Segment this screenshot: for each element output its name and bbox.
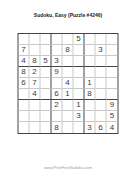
- sudoku-cell-empty: [74, 89, 85, 100]
- page-title: Sudoku, Easy (Puzzle #4246): [0, 12, 136, 18]
- sudoku-cell-given: 9: [52, 67, 63, 78]
- sudoku-cell-empty: [19, 89, 30, 100]
- sudoku-cell-empty: [52, 34, 63, 45]
- sudoku-cell-empty: [96, 34, 107, 45]
- sudoku-grid: 5783485382967414618219358364: [18, 33, 119, 134]
- sudoku-cell-given: 4: [63, 78, 74, 89]
- sudoku-cell-empty: [96, 111, 107, 122]
- sudoku-cell-empty: [96, 56, 107, 67]
- sudoku-cell-empty: [63, 111, 74, 122]
- sudoku-cell-empty: [19, 34, 30, 45]
- sudoku-cell-empty: [30, 122, 41, 133]
- sudoku-cell-empty: [107, 89, 118, 100]
- sudoku-cell-empty: [30, 45, 41, 56]
- sudoku-cell-given: 5: [41, 56, 52, 67]
- footer-url: www.PrintFreeSudoku.com: [0, 165, 136, 170]
- sudoku-cell-given: 2: [30, 67, 41, 78]
- sudoku-cell-empty: [41, 45, 52, 56]
- sudoku-cell-empty: [85, 67, 96, 78]
- sudoku-cell-empty: [41, 111, 52, 122]
- sudoku-cell-empty: [41, 89, 52, 100]
- sudoku-cell-given: 4: [107, 122, 118, 133]
- sudoku-cell-given: 3: [74, 111, 85, 122]
- sudoku-cell-empty: [63, 34, 74, 45]
- sudoku-cell-empty: [74, 56, 85, 67]
- sudoku-cell-given: 3: [52, 56, 63, 67]
- sudoku-cell-empty: [74, 122, 85, 133]
- sudoku-cell-empty: [107, 67, 118, 78]
- sudoku-cell-given: 2: [52, 100, 63, 111]
- sudoku-cell-empty: [85, 111, 96, 122]
- sudoku-cell-given: 7: [19, 45, 30, 56]
- sudoku-cell-empty: [85, 100, 96, 111]
- sudoku-cell-given: 1: [85, 78, 96, 89]
- sudoku-cell-empty: [30, 111, 41, 122]
- sudoku-cell-given: 8: [63, 45, 74, 56]
- sudoku-cell-empty: [96, 89, 107, 100]
- sudoku-cell-given: 3: [96, 45, 107, 56]
- sudoku-cell-given: 8: [30, 56, 41, 67]
- sudoku-cell-empty: [41, 67, 52, 78]
- sudoku-cell-empty: [85, 45, 96, 56]
- sudoku-cell-given: 8: [19, 67, 30, 78]
- sudoku-cell-empty: [19, 111, 30, 122]
- sudoku-cell-empty: [96, 67, 107, 78]
- sudoku-cell-empty: [41, 78, 52, 89]
- sudoku-cell-given: 1: [63, 89, 74, 100]
- sudoku-cell-empty: [52, 78, 63, 89]
- sudoku-cell-empty: [74, 67, 85, 78]
- sudoku-cell-given: 8: [52, 122, 63, 133]
- sudoku-cell-empty: [63, 67, 74, 78]
- sudoku-cell-given: 6: [52, 89, 63, 100]
- sudoku-cell-given: 8: [85, 89, 96, 100]
- sudoku-cell-empty: [107, 78, 118, 89]
- sudoku-cell-empty: [85, 34, 96, 45]
- sudoku-cell-empty: [41, 100, 52, 111]
- sudoku-cell-empty: [107, 45, 118, 56]
- sudoku-cell-empty: [107, 34, 118, 45]
- sudoku-cell-empty: [74, 45, 85, 56]
- sudoku-cell-empty: [19, 100, 30, 111]
- sudoku-cell-given: 7: [30, 78, 41, 89]
- sudoku-cell-empty: [63, 56, 74, 67]
- sudoku-cell-empty: [41, 122, 52, 133]
- sudoku-cell-given: 4: [30, 89, 41, 100]
- sudoku-cell-empty: [85, 56, 96, 67]
- sudoku-cell-empty: [52, 111, 63, 122]
- sudoku-cell-empty: [41, 34, 52, 45]
- sudoku-cell-given: 6: [96, 122, 107, 133]
- sudoku-cell-empty: [74, 78, 85, 89]
- sudoku-cell-empty: [63, 122, 74, 133]
- sudoku-cell-empty: [107, 56, 118, 67]
- sudoku-cell-empty: [19, 122, 30, 133]
- sudoku-cell-given: 3: [85, 122, 96, 133]
- sudoku-cell-given: 4: [19, 56, 30, 67]
- sudoku-cell-empty: [52, 45, 63, 56]
- sudoku-cell-given: 6: [19, 78, 30, 89]
- sudoku-cell-given: 5: [107, 111, 118, 122]
- sudoku-cell-given: 1: [74, 100, 85, 111]
- sudoku-cell-empty: [63, 100, 74, 111]
- sudoku-cell-given: 9: [107, 100, 118, 111]
- sudoku-page: { "game": "sudoku", "title": "Sudoku, Ea…: [0, 0, 136, 176]
- sudoku-cell-empty: [96, 78, 107, 89]
- sudoku-cell-empty: [30, 34, 41, 45]
- sudoku-cell-empty: [30, 100, 41, 111]
- sudoku-cell-given: 5: [74, 34, 85, 45]
- sudoku-cell-empty: [96, 100, 107, 111]
